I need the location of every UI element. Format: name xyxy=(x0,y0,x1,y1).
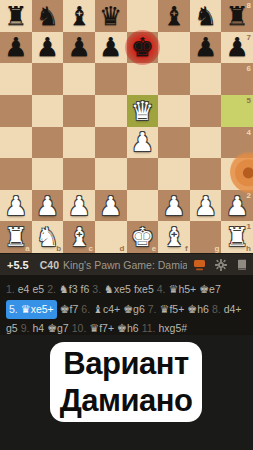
square-a3[interactable] xyxy=(0,158,32,190)
square-b5[interactable] xyxy=(32,95,64,127)
square-d6[interactable] xyxy=(95,63,127,95)
move-number: 7. xyxy=(148,300,157,319)
square-e3[interactable] xyxy=(127,158,159,190)
move-san[interactable]: fxe5 xyxy=(134,280,154,299)
black-pawn-piece[interactable]: ♟ xyxy=(190,32,222,64)
file-label-g: g xyxy=(214,244,219,253)
file-label-h: h xyxy=(246,244,251,253)
black-knight-piece[interactable]: ♞ xyxy=(32,0,64,32)
square-e2[interactable] xyxy=(127,190,159,222)
square-f8[interactable]: ♝ xyxy=(158,0,190,32)
white-queen-piece[interactable]: ♛ xyxy=(127,95,159,127)
figurine-icon: ♚ xyxy=(123,303,133,316)
move-san[interactable]: e5 xyxy=(32,280,44,299)
file-label-b: b xyxy=(56,244,61,253)
move-number: 4. xyxy=(157,280,166,299)
square-e5[interactable]: ♛ xyxy=(127,95,159,127)
active-move-chip[interactable]: 5.♛xe5+ xyxy=(6,300,57,320)
move-number: 6. xyxy=(81,300,90,319)
square-a7[interactable]: ♟ xyxy=(0,32,32,64)
square-c5[interactable] xyxy=(63,95,95,127)
file-label-c: c xyxy=(88,244,92,253)
square-c8[interactable]: ♝ xyxy=(63,0,95,32)
caption-box: Вариант Дамиано xyxy=(50,342,202,422)
square-b8[interactable]: ♞ xyxy=(32,0,64,32)
file-label-f: f xyxy=(185,244,188,253)
move-san[interactable]: d4+ xyxy=(224,300,242,319)
square-a6[interactable] xyxy=(0,63,32,95)
square-d5[interactable] xyxy=(95,95,127,127)
white-pawn-piece[interactable]: ♟ xyxy=(127,127,159,159)
move-number: 2. xyxy=(47,280,56,299)
engine-eval: +5.5 xyxy=(7,259,29,271)
figurine-icon: ♚ xyxy=(47,322,57,335)
move-list: 1.e4e52.♞f3f63.♞xe5fxe54.♛h5+♚e75.♛xe5+♚… xyxy=(0,275,253,335)
square-f3[interactable] xyxy=(158,158,190,190)
square-h8[interactable]: ♜8 xyxy=(221,0,253,32)
white-pawn-piece[interactable]: ♟ xyxy=(63,190,95,222)
rank-label-7: 7 xyxy=(247,33,251,42)
move-number: 1. xyxy=(6,280,15,299)
figurine-icon: ♛ xyxy=(21,303,31,316)
square-g7[interactable]: ♟ xyxy=(190,32,222,64)
caption-line-1: Вариант xyxy=(63,345,188,382)
move-san[interactable]: ♛f5+ xyxy=(160,300,185,320)
square-g8[interactable]: ♞ xyxy=(190,0,222,32)
square-c3[interactable] xyxy=(63,158,95,190)
black-bishop-piece[interactable]: ♝ xyxy=(63,0,95,32)
square-f6[interactable] xyxy=(158,63,190,95)
move-number: 3. xyxy=(92,280,101,299)
square-f2[interactable]: ♟ xyxy=(158,190,190,222)
move-san[interactable]: ♞xe5 xyxy=(104,280,131,300)
square-f1[interactable]: ♝f xyxy=(158,221,190,253)
square-b6[interactable] xyxy=(32,63,64,95)
move-san[interactable]: ♞f3 xyxy=(59,280,78,300)
rank-label-1: 1 xyxy=(247,222,251,231)
square-e7[interactable]: ♚ xyxy=(127,32,159,64)
move-san[interactable]: e4 xyxy=(18,280,30,299)
move-san[interactable]: ♛xe5+ xyxy=(21,303,54,315)
square-c1[interactable]: ♝c xyxy=(63,221,95,253)
caption-line-2: Дамиано xyxy=(60,382,193,419)
file-label-d: d xyxy=(120,244,125,253)
square-c4[interactable] xyxy=(63,127,95,159)
square-g6[interactable] xyxy=(190,63,222,95)
rank-label-5: 5 xyxy=(247,96,251,105)
black-pawn-piece[interactable]: ♟ xyxy=(0,32,32,64)
move-san[interactable]: ♚g6 xyxy=(123,300,145,320)
black-pawn-piece[interactable]: ♟ xyxy=(63,32,95,64)
move-number: 5. xyxy=(9,303,18,315)
figurine-icon: ♚ xyxy=(60,303,70,316)
square-d4[interactable] xyxy=(95,127,127,159)
gear-icon[interactable] xyxy=(215,259,227,271)
move-san[interactable]: f6 xyxy=(81,280,90,299)
file-label-e: e xyxy=(152,244,156,253)
square-d3[interactable] xyxy=(95,158,127,190)
square-h5[interactable]: 5 xyxy=(221,95,253,127)
rank-label-6: 6 xyxy=(247,64,251,73)
square-b7[interactable]: ♟ xyxy=(32,32,64,64)
black-king-piece[interactable]: ♚ xyxy=(127,32,159,64)
square-d2[interactable]: ♟ xyxy=(95,190,127,222)
square-g5[interactable] xyxy=(190,95,222,127)
move-san[interactable]: ♝c4+ xyxy=(93,300,120,320)
square-e4[interactable]: ♟ xyxy=(127,127,159,159)
square-b3[interactable] xyxy=(32,158,64,190)
square-h2[interactable]: ♟2 xyxy=(221,190,253,222)
square-e1[interactable]: ♚e xyxy=(127,221,159,253)
black-rook-piece[interactable]: ♜ xyxy=(0,0,32,32)
figurine-icon: ♛ xyxy=(89,322,99,335)
square-f7[interactable] xyxy=(158,32,190,64)
square-g3[interactable] xyxy=(190,158,222,190)
figurine-icon: ♞ xyxy=(104,283,114,296)
square-d7[interactable]: ♟ xyxy=(95,32,127,64)
square-c2[interactable]: ♟ xyxy=(63,190,95,222)
square-a1[interactable]: ♜a xyxy=(0,221,32,253)
figurine-icon: ♚ xyxy=(117,322,127,335)
lichess-analysis-screenshot: ♜♞♝♛♝♞♜8♟♟♟♟♚♟♟76♛5♟43♟♟♟♟♟♟♟2♜a♞b♝cd♚e♝… xyxy=(0,0,253,450)
figurine-icon: ♛ xyxy=(169,283,179,296)
white-pawn-piece[interactable]: ♟ xyxy=(32,190,64,222)
square-c6[interactable] xyxy=(63,63,95,95)
figurine-icon: ♝ xyxy=(93,303,103,316)
black-queen-piece[interactable]: ♛ xyxy=(95,0,127,32)
square-g1[interactable]: g xyxy=(190,221,222,253)
rank-label-8: 8 xyxy=(247,1,251,10)
square-a2[interactable]: ♟ xyxy=(0,190,32,222)
square-a5[interactable] xyxy=(0,95,32,127)
move-san[interactable]: ♚h6 xyxy=(187,300,209,320)
square-e8[interactable] xyxy=(127,0,159,32)
move-san[interactable]: ♚e7 xyxy=(199,280,221,300)
square-h7[interactable]: ♟7 xyxy=(221,32,253,64)
black-pawn-piece[interactable]: ♟ xyxy=(32,32,64,64)
black-bishop-piece[interactable]: ♝ xyxy=(158,0,190,32)
book-icon[interactable] xyxy=(236,259,248,271)
white-pawn-piece[interactable]: ♟ xyxy=(158,190,190,222)
opening-name: King's Pawn Game: Damiano Defe... xyxy=(63,259,187,271)
figurine-icon: ♚ xyxy=(187,303,197,316)
move-san[interactable]: ♛h5+ xyxy=(169,280,197,300)
square-c7[interactable]: ♟ xyxy=(63,32,95,64)
square-e6[interactable] xyxy=(127,63,159,95)
move-number: 8. xyxy=(212,300,221,319)
header-icons xyxy=(193,259,248,271)
rank-label-4: 4 xyxy=(247,128,251,137)
white-pawn-piece[interactable]: ♟ xyxy=(190,190,222,222)
square-a8[interactable]: ♜ xyxy=(0,0,32,32)
eco-code: C40 xyxy=(40,259,59,271)
square-d1[interactable]: d xyxy=(95,221,127,253)
square-h1[interactable]: ♜1h xyxy=(221,221,253,253)
figurine-icon: ♛ xyxy=(160,303,170,316)
square-b2[interactable]: ♟ xyxy=(32,190,64,222)
menu-icon[interactable] xyxy=(193,259,206,271)
move-san[interactable]: ♚f7 xyxy=(60,300,79,320)
white-pawn-piece[interactable]: ♟ xyxy=(95,190,127,222)
square-b4[interactable] xyxy=(32,127,64,159)
square-h6[interactable]: 6 xyxy=(221,63,253,95)
square-g4[interactable] xyxy=(190,127,222,159)
file-label-a: a xyxy=(25,244,29,253)
square-f5[interactable] xyxy=(158,95,190,127)
square-d8[interactable]: ♛ xyxy=(95,0,127,32)
square-f4[interactable] xyxy=(158,127,190,159)
black-knight-piece[interactable]: ♞ xyxy=(190,0,222,32)
chess-board[interactable]: ♜♞♝♛♝♞♜8♟♟♟♟♚♟♟76♛5♟43♟♟♟♟♟♟♟2♜a♞b♝cd♚e♝… xyxy=(0,0,253,253)
caption-area: Вариант Дамиано xyxy=(0,335,253,450)
white-pawn-piece[interactable]: ♟ xyxy=(0,190,32,222)
black-pawn-piece[interactable]: ♟ xyxy=(95,32,127,64)
square-g2[interactable]: ♟ xyxy=(190,190,222,222)
analysis-header: +5.5 C40 King's Pawn Game: Damiano Defe.… xyxy=(0,253,253,275)
figurine-icon: ♚ xyxy=(199,283,209,296)
figurine-icon: ♞ xyxy=(59,283,69,296)
square-b1[interactable]: ♞b xyxy=(32,221,64,253)
square-a4[interactable] xyxy=(0,127,32,159)
